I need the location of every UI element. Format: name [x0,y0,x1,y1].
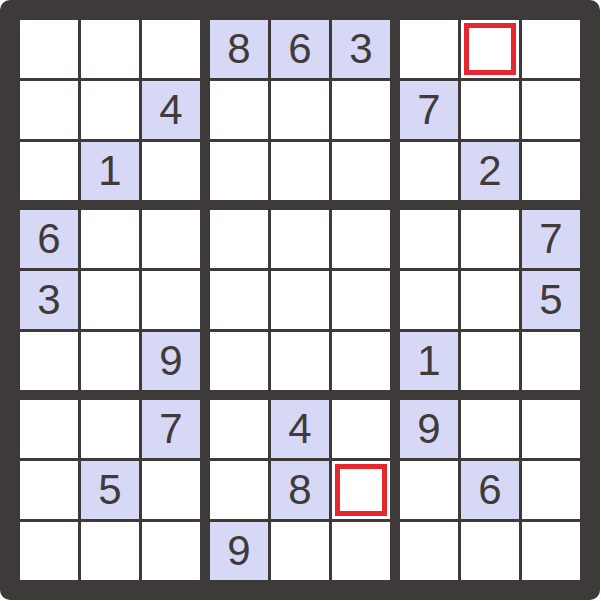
cell-r5c6[interactable] [332,271,390,329]
cell-r5c9[interactable]: 5 [522,271,580,329]
cell-r9c4[interactable]: 9 [210,522,268,580]
cell-r1c1[interactable] [20,20,78,78]
cell-r3c7[interactable] [400,142,458,200]
cell-r6c4[interactable] [210,332,268,390]
cell-r5c5[interactable] [271,271,329,329]
cell-r9c7[interactable] [400,522,458,580]
cell-r2c9[interactable] [522,81,580,139]
cell-r8c2[interactable]: 5 [81,461,139,519]
cell-r4c1[interactable]: 6 [20,210,78,268]
cell-r6c7[interactable]: 1 [400,332,458,390]
cell-r7c6[interactable] [332,400,390,458]
cell-r8c8[interactable]: 6 [461,461,519,519]
cell-r2c4[interactable] [210,81,268,139]
cell-r6c6[interactable] [332,332,390,390]
sudoku-box-9: 96 [400,400,580,580]
red-outline-marker [335,464,387,516]
cell-r1c6[interactable]: 3 [332,20,390,78]
cell-r9c6[interactable] [332,522,390,580]
sudoku-box-7: 75 [20,400,200,580]
sudoku-box-4: 639 [20,210,200,390]
cell-r8c6[interactable] [332,461,390,519]
cell-r4c4[interactable] [210,210,268,268]
cell-r3c9[interactable] [522,142,580,200]
sudoku-box-6: 751 [400,210,580,390]
cell-r4c6[interactable] [332,210,390,268]
cell-r8c4[interactable] [210,461,268,519]
cell-r7c9[interactable] [522,400,580,458]
cell-r4c5[interactable] [271,210,329,268]
cell-r7c5[interactable]: 4 [271,400,329,458]
cell-r7c2[interactable] [81,400,139,458]
cell-r9c5[interactable] [271,522,329,580]
sudoku-box-1: 41 [20,20,200,200]
cell-r7c8[interactable] [461,400,519,458]
cell-r4c7[interactable] [400,210,458,268]
cell-r2c5[interactable] [271,81,329,139]
cell-r7c7[interactable]: 9 [400,400,458,458]
cell-r5c4[interactable] [210,271,268,329]
cell-r1c9[interactable] [522,20,580,78]
cell-r4c8[interactable] [461,210,519,268]
cell-r9c8[interactable] [461,522,519,580]
cell-r6c1[interactable] [20,332,78,390]
cell-r6c3[interactable]: 9 [142,332,200,390]
cell-r4c3[interactable] [142,210,200,268]
cell-r2c1[interactable] [20,81,78,139]
cell-r6c8[interactable] [461,332,519,390]
cell-r3c3[interactable] [142,142,200,200]
cell-r2c3[interactable]: 4 [142,81,200,139]
cell-r1c4[interactable]: 8 [210,20,268,78]
cell-r4c2[interactable] [81,210,139,268]
cell-r3c2[interactable]: 1 [81,142,139,200]
red-outline-marker [464,23,516,75]
cell-r2c2[interactable] [81,81,139,139]
cell-r2c6[interactable] [332,81,390,139]
cell-r8c5[interactable]: 8 [271,461,329,519]
cell-r8c7[interactable] [400,461,458,519]
cell-r1c3[interactable] [142,20,200,78]
cell-r9c3[interactable] [142,522,200,580]
cell-r3c4[interactable] [210,142,268,200]
cell-r2c7[interactable]: 7 [400,81,458,139]
cell-r6c2[interactable] [81,332,139,390]
cell-r8c1[interactable] [20,461,78,519]
cell-r1c5[interactable]: 6 [271,20,329,78]
cell-r3c1[interactable] [20,142,78,200]
sudoku-box-3: 72 [400,20,580,200]
cell-r5c7[interactable] [400,271,458,329]
cell-r7c3[interactable]: 7 [142,400,200,458]
cell-r8c3[interactable] [142,461,200,519]
cell-r2c8[interactable] [461,81,519,139]
cell-r1c2[interactable] [81,20,139,78]
cell-r8c9[interactable] [522,461,580,519]
cell-r5c2[interactable] [81,271,139,329]
sudoku-box-8: 489 [210,400,390,580]
sudoku-box-5 [210,210,390,390]
cell-r9c2[interactable] [81,522,139,580]
cell-r1c8[interactable] [461,20,519,78]
sudoku-board: 41863726397517548996 [0,0,600,600]
cell-r3c6[interactable] [332,142,390,200]
cell-r4c9[interactable]: 7 [522,210,580,268]
cell-r5c3[interactable] [142,271,200,329]
cell-r7c4[interactable] [210,400,268,458]
cell-r6c9[interactable] [522,332,580,390]
cell-r7c1[interactable] [20,400,78,458]
cell-r5c1[interactable]: 3 [20,271,78,329]
cell-r5c8[interactable] [461,271,519,329]
cell-r1c7[interactable] [400,20,458,78]
cell-r9c9[interactable] [522,522,580,580]
cell-r3c5[interactable] [271,142,329,200]
cell-r9c1[interactable] [20,522,78,580]
sudoku-box-2: 863 [210,20,390,200]
cell-r6c5[interactable] [271,332,329,390]
sudoku-box-grid: 41863726397517548996 [20,20,580,580]
cell-r3c8[interactable]: 2 [461,142,519,200]
